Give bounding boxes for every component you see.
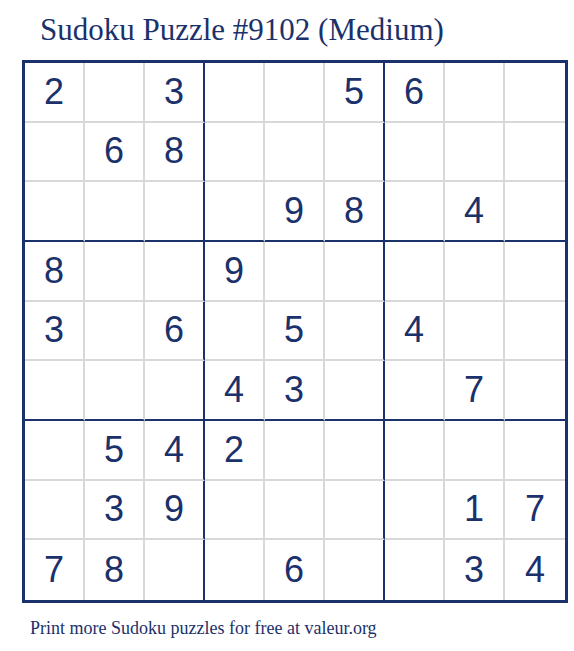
cell-r8c3[interactable]: 9 (145, 481, 205, 541)
cell-r6c3[interactable] (145, 361, 205, 421)
cell-r6c8[interactable]: 7 (445, 361, 505, 421)
cell-r4c2[interactable] (85, 242, 145, 302)
cell-r9c1[interactable]: 7 (25, 540, 85, 600)
page-title: Sudoku Puzzle #9102 (Medium) (40, 12, 444, 48)
cell-r2c8[interactable] (445, 123, 505, 183)
cell-r1c1[interactable]: 2 (25, 63, 85, 123)
cell-r7c5[interactable] (265, 421, 325, 481)
cell-r5c9[interactable] (505, 302, 565, 362)
cell-r5c8[interactable] (445, 302, 505, 362)
cell-r1c6[interactable]: 5 (325, 63, 385, 123)
cell-r1c7[interactable]: 6 (385, 63, 445, 123)
cell-r1c3[interactable]: 3 (145, 63, 205, 123)
cell-r1c2[interactable] (85, 63, 145, 123)
cell-r3c8[interactable]: 4 (445, 182, 505, 242)
cell-r9c9[interactable]: 4 (505, 540, 565, 600)
cell-r4c6[interactable] (325, 242, 385, 302)
cell-r9c3[interactable] (145, 540, 205, 600)
cell-r8c2[interactable]: 3 (85, 481, 145, 541)
cell-r2c1[interactable] (25, 123, 85, 183)
cell-r9c5[interactable]: 6 (265, 540, 325, 600)
cell-r7c3[interactable]: 4 (145, 421, 205, 481)
cell-r6c1[interactable] (25, 361, 85, 421)
cell-r8c9[interactable]: 7 (505, 481, 565, 541)
cell-r7c8[interactable] (445, 421, 505, 481)
cell-r2c4[interactable] (205, 123, 265, 183)
cell-r3c7[interactable] (385, 182, 445, 242)
cell-r6c2[interactable] (85, 361, 145, 421)
cell-r8c7[interactable] (385, 481, 445, 541)
cell-r1c8[interactable] (445, 63, 505, 123)
cell-r5c5[interactable]: 5 (265, 302, 325, 362)
cell-r3c6[interactable]: 8 (325, 182, 385, 242)
cell-r7c6[interactable] (325, 421, 385, 481)
cell-r4c8[interactable] (445, 242, 505, 302)
cell-r3c3[interactable] (145, 182, 205, 242)
cell-r7c9[interactable] (505, 421, 565, 481)
cell-r9c7[interactable] (385, 540, 445, 600)
cell-r9c8[interactable]: 3 (445, 540, 505, 600)
cell-r4c7[interactable] (385, 242, 445, 302)
cell-r3c2[interactable] (85, 182, 145, 242)
cell-r2c3[interactable]: 8 (145, 123, 205, 183)
cell-r3c9[interactable] (505, 182, 565, 242)
cell-r5c3[interactable]: 6 (145, 302, 205, 362)
cell-r4c5[interactable] (265, 242, 325, 302)
cell-r7c7[interactable] (385, 421, 445, 481)
cell-r1c9[interactable] (505, 63, 565, 123)
cell-r5c1[interactable]: 3 (25, 302, 85, 362)
cell-r6c7[interactable] (385, 361, 445, 421)
cell-r1c4[interactable] (205, 63, 265, 123)
cell-r2c2[interactable]: 6 (85, 123, 145, 183)
sudoku-grid: 235668984893654437542391778634 (22, 60, 568, 603)
cell-r3c1[interactable] (25, 182, 85, 242)
cell-r2c6[interactable] (325, 123, 385, 183)
cell-r5c2[interactable] (85, 302, 145, 362)
cell-r7c1[interactable] (25, 421, 85, 481)
cell-r5c4[interactable] (205, 302, 265, 362)
cell-r8c4[interactable] (205, 481, 265, 541)
cell-r6c6[interactable] (325, 361, 385, 421)
cell-r2c7[interactable] (385, 123, 445, 183)
cell-r7c4[interactable]: 2 (205, 421, 265, 481)
cell-r6c4[interactable]: 4 (205, 361, 265, 421)
cell-r5c7[interactable]: 4 (385, 302, 445, 362)
cell-r6c5[interactable]: 3 (265, 361, 325, 421)
cell-r3c4[interactable] (205, 182, 265, 242)
cell-r3c5[interactable]: 9 (265, 182, 325, 242)
cell-r5c6[interactable] (325, 302, 385, 362)
cell-r2c5[interactable] (265, 123, 325, 183)
cell-r9c2[interactable]: 8 (85, 540, 145, 600)
cell-r7c2[interactable]: 5 (85, 421, 145, 481)
footer-text: Print more Sudoku puzzles for free at va… (30, 618, 377, 639)
cell-r8c1[interactable] (25, 481, 85, 541)
cell-r4c3[interactable] (145, 242, 205, 302)
cell-r2c9[interactable] (505, 123, 565, 183)
cell-r4c1[interactable]: 8 (25, 242, 85, 302)
cell-r9c4[interactable] (205, 540, 265, 600)
cell-r4c4[interactable]: 9 (205, 242, 265, 302)
cell-r8c8[interactable]: 1 (445, 481, 505, 541)
cell-r8c5[interactable] (265, 481, 325, 541)
cell-r9c6[interactable] (325, 540, 385, 600)
cell-r8c6[interactable] (325, 481, 385, 541)
cell-r6c9[interactable] (505, 361, 565, 421)
cell-r4c9[interactable] (505, 242, 565, 302)
cell-r1c5[interactable] (265, 63, 325, 123)
